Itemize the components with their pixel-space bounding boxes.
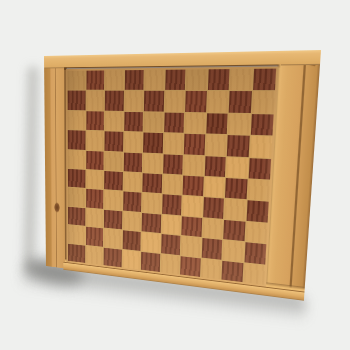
square-f9[interactable]: [164, 91, 185, 112]
square-a8[interactable]: [68, 111, 85, 130]
square-c8[interactable]: [105, 111, 124, 131]
square-d8[interactable]: [124, 112, 143, 132]
square-c6[interactable]: [104, 151, 122, 171]
square-f5[interactable]: [162, 174, 182, 195]
square-j7[interactable]: [249, 136, 272, 158]
square-d6[interactable]: [123, 152, 142, 172]
square-f2[interactable]: [161, 234, 181, 255]
square-b2[interactable]: [86, 227, 103, 247]
square-h4[interactable]: [203, 197, 224, 218]
square-a3[interactable]: [68, 207, 85, 226]
square-b3[interactable]: [86, 208, 103, 228]
square-f3[interactable]: [161, 214, 181, 235]
square-j6[interactable]: [248, 158, 271, 180]
photo-background: [0, 0, 350, 350]
left-edge-shadow: [23, 66, 39, 270]
square-d4[interactable]: [123, 192, 142, 212]
square-a9[interactable]: [68, 91, 86, 110]
square-h1[interactable]: [201, 258, 222, 279]
square-a5[interactable]: [68, 169, 85, 188]
square-d1[interactable]: [122, 249, 140, 269]
square-c3[interactable]: [104, 210, 122, 230]
square-h7[interactable]: [205, 135, 227, 156]
square-j1[interactable]: [243, 263, 265, 285]
square-g7[interactable]: [184, 134, 205, 155]
square-i6[interactable]: [226, 157, 248, 179]
square-d3[interactable]: [123, 211, 142, 231]
square-j4[interactable]: [246, 201, 269, 223]
square-a6[interactable]: [68, 150, 85, 169]
square-e9[interactable]: [144, 91, 164, 111]
square-i3[interactable]: [223, 220, 245, 242]
square-f1[interactable]: [160, 254, 180, 275]
square-d2[interactable]: [122, 230, 140, 250]
square-g3[interactable]: [181, 216, 201, 237]
square-b7[interactable]: [86, 131, 104, 151]
square-d5[interactable]: [123, 172, 142, 192]
square-e2[interactable]: [141, 232, 160, 252]
square-f6[interactable]: [163, 154, 183, 175]
checkerboard: [66, 66, 279, 286]
square-g9[interactable]: [185, 91, 206, 112]
square-d7[interactable]: [124, 132, 143, 152]
square-b4[interactable]: [86, 189, 104, 209]
square-i9[interactable]: [229, 91, 252, 112]
square-g1[interactable]: [180, 256, 200, 277]
square-h9[interactable]: [207, 91, 229, 112]
square-a7[interactable]: [68, 130, 85, 149]
square-c5[interactable]: [104, 171, 122, 191]
square-f4[interactable]: [162, 195, 182, 216]
square-c10[interactable]: [105, 70, 124, 90]
square-h2[interactable]: [201, 238, 222, 259]
square-d9[interactable]: [124, 91, 143, 111]
square-f10[interactable]: [165, 70, 186, 91]
frame-left-rail: [44, 61, 66, 269]
square-h3[interactable]: [202, 218, 223, 239]
square-i10[interactable]: [230, 69, 253, 91]
square-g10[interactable]: [186, 69, 207, 90]
square-c7[interactable]: [104, 131, 122, 151]
square-a4[interactable]: [68, 188, 85, 207]
square-c1[interactable]: [104, 247, 122, 267]
square-j2[interactable]: [244, 242, 266, 264]
square-i1[interactable]: [221, 260, 242, 282]
square-c4[interactable]: [104, 190, 122, 210]
square-b5[interactable]: [86, 170, 104, 190]
square-e6[interactable]: [143, 153, 162, 173]
square-j3[interactable]: [245, 222, 267, 244]
square-f7[interactable]: [163, 133, 183, 154]
square-j8[interactable]: [250, 114, 273, 136]
square-i8[interactable]: [228, 113, 251, 134]
square-e7[interactable]: [143, 133, 163, 153]
square-b9[interactable]: [86, 91, 104, 110]
square-e10[interactable]: [144, 70, 164, 90]
square-a10[interactable]: [68, 71, 86, 90]
square-g5[interactable]: [183, 176, 204, 197]
square-e1[interactable]: [141, 252, 160, 272]
square-e3[interactable]: [142, 213, 161, 233]
square-f8[interactable]: [164, 112, 184, 133]
square-a2[interactable]: [68, 225, 85, 244]
square-j10[interactable]: [253, 69, 277, 91]
square-i7[interactable]: [227, 135, 249, 156]
square-j5[interactable]: [247, 179, 270, 201]
square-i2[interactable]: [222, 240, 244, 262]
square-b8[interactable]: [86, 111, 104, 130]
square-i5[interactable]: [225, 178, 247, 200]
board-tray: [44, 50, 321, 299]
square-b10[interactable]: [86, 70, 104, 90]
square-b6[interactable]: [86, 151, 104, 171]
square-d10[interactable]: [124, 70, 143, 90]
square-j9[interactable]: [251, 91, 274, 113]
square-g4[interactable]: [182, 196, 203, 217]
square-a1[interactable]: [68, 243, 85, 262]
square-e8[interactable]: [143, 112, 163, 132]
square-h5[interactable]: [203, 177, 224, 198]
square-h8[interactable]: [206, 113, 228, 134]
square-b1[interactable]: [86, 245, 103, 265]
square-e5[interactable]: [142, 173, 161, 193]
square-g6[interactable]: [183, 155, 204, 176]
square-c2[interactable]: [104, 229, 122, 249]
square-h6[interactable]: [204, 156, 225, 177]
square-i4[interactable]: [224, 199, 246, 221]
square-h10[interactable]: [207, 69, 229, 90]
square-e4[interactable]: [142, 193, 161, 213]
square-c9[interactable]: [105, 91, 124, 111]
square-g8[interactable]: [184, 113, 205, 134]
square-g2[interactable]: [181, 236, 201, 257]
